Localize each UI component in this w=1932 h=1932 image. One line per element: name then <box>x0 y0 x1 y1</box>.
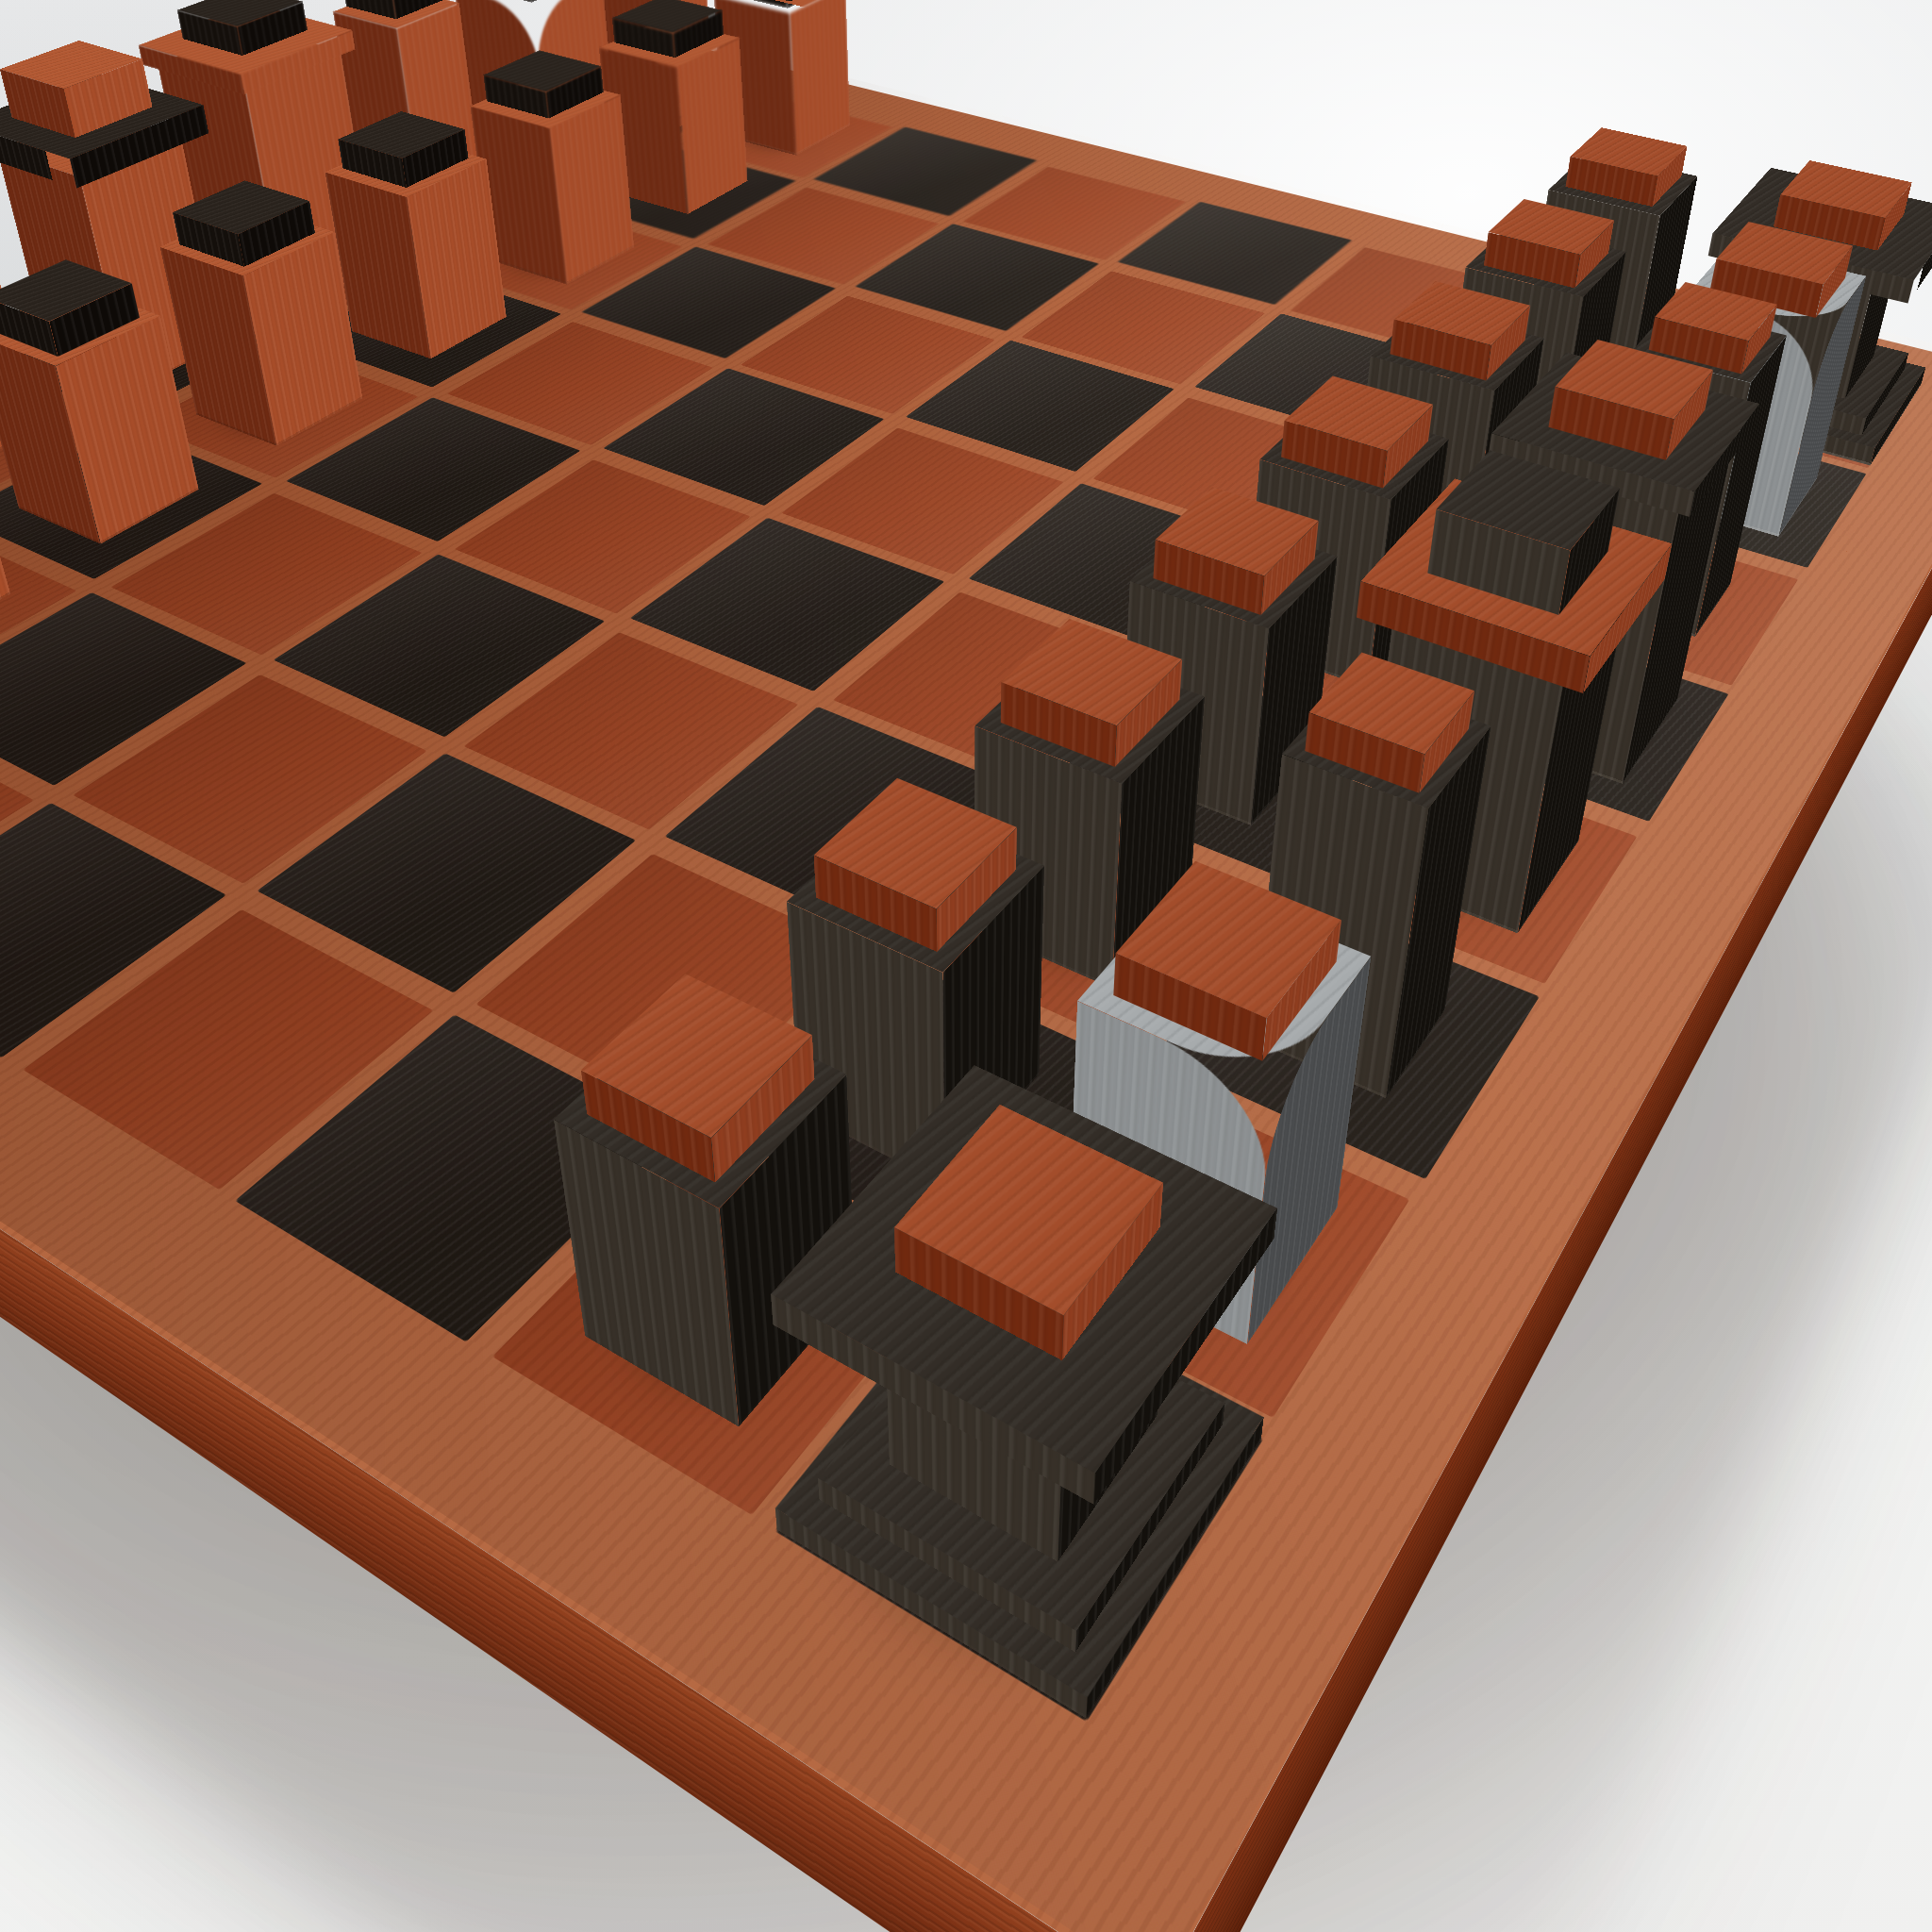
photo-canvas <box>0 0 1932 1932</box>
scene-3d <box>0 0 1932 1932</box>
chess-board <box>0 33 1932 1932</box>
